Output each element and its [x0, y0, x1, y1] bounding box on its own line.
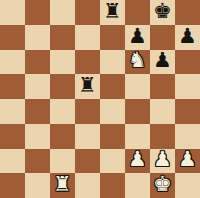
- square-d1[interactable]: [75, 173, 100, 198]
- square-d5[interactable]: ♜: [75, 74, 100, 99]
- square-d6[interactable]: [75, 50, 100, 75]
- square-c3[interactable]: [50, 124, 75, 149]
- square-g1[interactable]: ♚: [150, 173, 175, 198]
- square-b7[interactable]: [25, 25, 50, 50]
- square-b2[interactable]: [25, 149, 50, 174]
- square-g2[interactable]: ♟: [150, 149, 175, 174]
- square-c1[interactable]: ♜: [50, 173, 75, 198]
- square-b1[interactable]: [25, 173, 50, 198]
- square-c4[interactable]: [50, 99, 75, 124]
- square-g8[interactable]: ♚: [150, 0, 175, 25]
- square-f6[interactable]: ♞: [125, 50, 150, 75]
- square-a1[interactable]: [0, 173, 25, 198]
- square-b6[interactable]: [25, 50, 50, 75]
- square-e8[interactable]: ♜: [100, 0, 125, 25]
- square-c8[interactable]: [50, 0, 75, 25]
- square-b3[interactable]: [25, 124, 50, 149]
- square-e3[interactable]: [100, 124, 125, 149]
- square-e2[interactable]: [100, 149, 125, 174]
- piece-white-pawn-f2[interactable]: ♟: [128, 149, 147, 170]
- square-d2[interactable]: [75, 149, 100, 174]
- square-d8[interactable]: [75, 0, 100, 25]
- square-a8[interactable]: [0, 0, 25, 25]
- square-g4[interactable]: [150, 99, 175, 124]
- piece-black-king-g8[interactable]: ♚: [153, 1, 172, 22]
- square-e4[interactable]: [100, 99, 125, 124]
- square-g5[interactable]: [150, 74, 175, 99]
- square-h7[interactable]: ♟: [175, 25, 200, 50]
- square-a4[interactable]: [0, 99, 25, 124]
- square-h3[interactable]: [175, 124, 200, 149]
- square-f2[interactable]: ♟: [125, 149, 150, 174]
- square-b8[interactable]: [25, 0, 50, 25]
- square-a7[interactable]: [0, 25, 25, 50]
- piece-white-king-g1[interactable]: ♚: [153, 174, 172, 195]
- square-f5[interactable]: [125, 74, 150, 99]
- square-h4[interactable]: [175, 99, 200, 124]
- piece-black-pawn-h7[interactable]: ♟: [178, 26, 197, 47]
- square-a3[interactable]: [0, 124, 25, 149]
- square-e6[interactable]: [100, 50, 125, 75]
- square-a5[interactable]: [0, 74, 25, 99]
- square-e1[interactable]: [100, 173, 125, 198]
- square-h8[interactable]: [175, 0, 200, 25]
- square-a6[interactable]: [0, 50, 25, 75]
- square-e5[interactable]: [100, 74, 125, 99]
- piece-white-pawn-g2[interactable]: ♟: [153, 149, 172, 170]
- square-h5[interactable]: [175, 74, 200, 99]
- square-c6[interactable]: [50, 50, 75, 75]
- square-f4[interactable]: [125, 99, 150, 124]
- piece-white-pawn-h2[interactable]: ♟: [178, 149, 197, 170]
- square-a2[interactable]: [0, 149, 25, 174]
- square-d7[interactable]: [75, 25, 100, 50]
- piece-white-rook-c1[interactable]: ♜: [53, 174, 72, 195]
- piece-black-rook-d5[interactable]: ♜: [78, 75, 97, 96]
- square-f8[interactable]: [125, 0, 150, 25]
- square-g3[interactable]: [150, 124, 175, 149]
- square-h6[interactable]: [175, 50, 200, 75]
- square-c7[interactable]: [50, 25, 75, 50]
- square-d4[interactable]: [75, 99, 100, 124]
- square-c5[interactable]: [50, 74, 75, 99]
- piece-black-pawn-f7[interactable]: ♟: [128, 26, 147, 47]
- square-h1[interactable]: [175, 173, 200, 198]
- square-g6[interactable]: ♟: [150, 50, 175, 75]
- square-c2[interactable]: [50, 149, 75, 174]
- square-f7[interactable]: ♟: [125, 25, 150, 50]
- square-f1[interactable]: [125, 173, 150, 198]
- piece-white-knight-f6[interactable]: ♞: [128, 50, 147, 71]
- square-b5[interactable]: [25, 74, 50, 99]
- square-d3[interactable]: [75, 124, 100, 149]
- square-b4[interactable]: [25, 99, 50, 124]
- piece-black-rook-e8[interactable]: ♜: [103, 1, 122, 22]
- square-g7[interactable]: [150, 25, 175, 50]
- square-h2[interactable]: ♟: [175, 149, 200, 174]
- square-e7[interactable]: [100, 25, 125, 50]
- square-f3[interactable]: [125, 124, 150, 149]
- chess-board: ♜♚♟♟♞♟♜♟♟♟♜♚: [0, 0, 200, 198]
- piece-black-pawn-g6[interactable]: ♟: [153, 50, 172, 71]
